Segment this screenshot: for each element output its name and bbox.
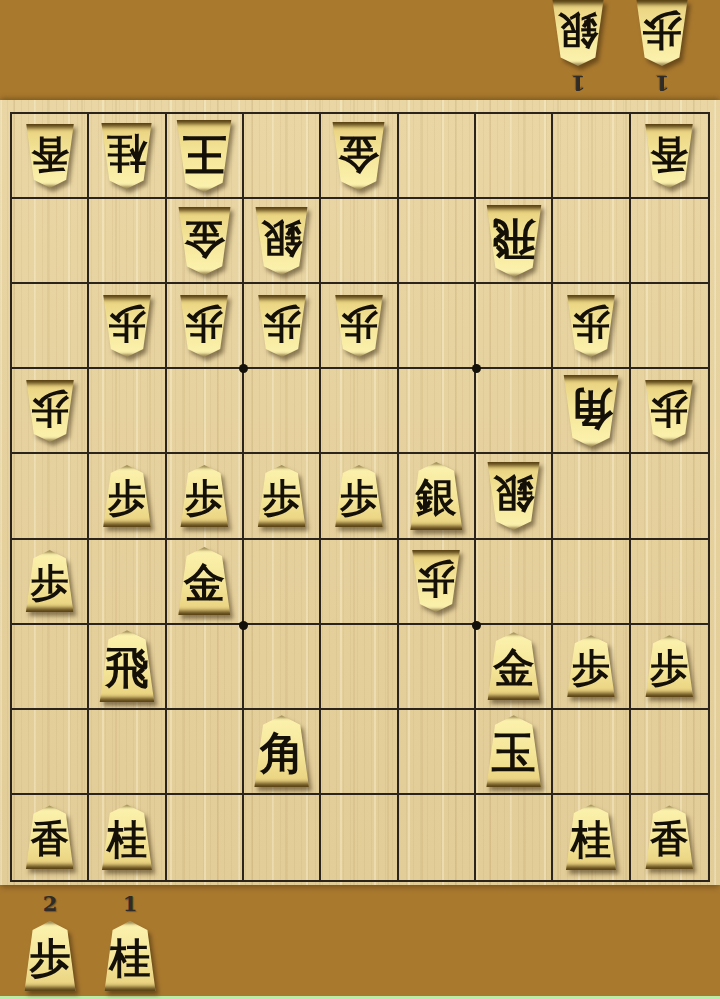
piece-kanji: 歩 xyxy=(340,305,378,343)
board-cell-r3c7[interactable] xyxy=(476,284,553,369)
board-cell-r3c1[interactable] xyxy=(12,284,89,369)
piece-body: 歩 xyxy=(177,295,231,357)
piece-gold-gote[interactable]: 金 xyxy=(175,207,234,275)
piece-kanji: 香 xyxy=(31,820,69,858)
piece-pawn-gote[interactable]: 歩 xyxy=(633,0,691,66)
piece-lance-gote[interactable]: 香 xyxy=(642,124,696,188)
piece-kanji: 桂 xyxy=(107,819,147,859)
piece-kanji: 玉 xyxy=(492,731,536,775)
piece-body: 飛 xyxy=(483,205,545,277)
board-cell-r8c7[interactable]: 玉 xyxy=(476,710,553,795)
board-cell-r6c4[interactable] xyxy=(244,540,321,625)
board-cell-r2c2[interactable] xyxy=(89,199,166,284)
board-cell-r6c1[interactable]: 歩 xyxy=(12,540,89,625)
board-cell-r2c4[interactable]: 銀 xyxy=(244,199,321,284)
piece-body: 桂 xyxy=(562,804,619,870)
piece-kanji: 銀 xyxy=(493,473,534,514)
piece-kanji: 桂 xyxy=(110,938,151,979)
piece-kanji: 歩 xyxy=(642,11,682,51)
piece-pawn-gote[interactable]: 歩 xyxy=(332,295,386,357)
board-cell-r5c4[interactable]: 歩 xyxy=(244,454,321,539)
board-cell-r1c9[interactable]: 香 xyxy=(631,114,708,199)
piece-kanji: 銀 xyxy=(261,218,302,259)
piece-kanji: 歩 xyxy=(108,305,146,343)
sente-hand-slot[interactable]: 1桂 xyxy=(100,893,160,991)
piece-silver-gote[interactable]: 銀 xyxy=(549,0,607,66)
piece-kanji: 桂 xyxy=(107,134,147,174)
board-cell-r4c7[interactable] xyxy=(476,369,553,454)
board-cell-r8c4[interactable]: 角 xyxy=(244,710,321,795)
piece-pawn-gote[interactable]: 歩 xyxy=(564,295,618,357)
piece-kanji: 銀 xyxy=(416,477,457,518)
board-cell-r4c1[interactable]: 歩 xyxy=(12,369,89,454)
piece-body: 歩 xyxy=(23,550,77,612)
board-cell-r9c5[interactable] xyxy=(321,795,398,880)
piece-body: 歩 xyxy=(564,635,618,697)
piece-body: 銀 xyxy=(484,462,543,530)
piece-body: 王 xyxy=(173,120,235,192)
piece-kanji: 金 xyxy=(184,563,225,604)
piece-kanji: 歩 xyxy=(417,560,455,598)
piece-body: 歩 xyxy=(23,380,77,442)
piece-lance-gote[interactable]: 香 xyxy=(23,124,77,188)
piece-body: 歩 xyxy=(332,295,386,357)
board-cell-r7c8[interactable]: 歩 xyxy=(553,625,630,710)
board-cell-r6c3[interactable]: 金 xyxy=(167,540,244,625)
piece-body: 桂 xyxy=(98,804,155,870)
board-cell-r2c5[interactable] xyxy=(321,199,398,284)
board-cell-r9c2[interactable]: 桂 xyxy=(89,795,166,880)
piece-kanji: 飛 xyxy=(492,217,536,261)
piece-lance-sente[interactable]: 香 xyxy=(23,805,77,869)
piece-kanji: 歩 xyxy=(185,479,223,517)
piece-gold-gote[interactable]: 金 xyxy=(329,122,388,190)
piece-pawn-sente[interactable]: 歩 xyxy=(564,635,618,697)
board-cell-r1c4[interactable] xyxy=(244,114,321,199)
board-cell-r2c1[interactable] xyxy=(12,199,89,284)
board-cell-r9c3[interactable] xyxy=(167,795,244,880)
piece-silver-gote[interactable]: 銀 xyxy=(252,207,311,275)
board-cell-r1c6[interactable] xyxy=(399,114,476,199)
piece-kanji: 金 xyxy=(184,218,225,259)
board-cell-r6c6[interactable]: 歩 xyxy=(399,540,476,625)
board-cell-r9c9[interactable]: 香 xyxy=(631,795,708,880)
piece-body: 桂 xyxy=(101,921,159,991)
piece-body: 銀 xyxy=(252,207,311,275)
piece-body: 香 xyxy=(642,124,696,188)
board-cell-r3c5[interactable]: 歩 xyxy=(321,284,398,369)
board-cell-r7c3[interactable] xyxy=(167,625,244,710)
piece-kanji: 歩 xyxy=(185,305,223,343)
board-cell-r4c4[interactable] xyxy=(244,369,321,454)
board-cell-r5c8[interactable] xyxy=(553,454,630,539)
piece-knight-gote[interactable]: 桂 xyxy=(98,123,155,189)
piece-kanji: 香 xyxy=(650,820,688,858)
shogi-app: 銀1歩1 香桂王金香金銀飛歩歩歩歩歩歩角歩歩歩歩歩銀銀歩金歩飛金歩歩角玉香桂桂香… xyxy=(0,0,720,999)
board-cell-r4c5[interactable] xyxy=(321,369,398,454)
piece-body: 歩 xyxy=(332,465,386,527)
piece-bishop-gote[interactable]: 角 xyxy=(560,375,622,447)
board-cell-r4c8[interactable]: 角 xyxy=(553,369,630,454)
piece-kanji: 歩 xyxy=(31,390,69,428)
board-cell-r5c2[interactable]: 歩 xyxy=(89,454,166,539)
board-cell-r9c8[interactable]: 桂 xyxy=(553,795,630,880)
board-cell-r1c5[interactable]: 金 xyxy=(321,114,398,199)
piece-body: 香 xyxy=(642,805,696,869)
piece-pawn-sente[interactable]: 歩 xyxy=(21,921,79,991)
board-cell-r1c7[interactable] xyxy=(476,114,553,199)
piece-pawn-gote[interactable]: 歩 xyxy=(177,295,231,357)
piece-body: 歩 xyxy=(21,921,79,991)
board-cell-r5c3[interactable]: 歩 xyxy=(167,454,244,539)
board-cell-r3c3[interactable]: 歩 xyxy=(167,284,244,369)
board-cell-r7c9[interactable]: 歩 xyxy=(631,625,708,710)
piece-rook-sente[interactable]: 飛 xyxy=(96,630,158,702)
board-cell-r9c6[interactable] xyxy=(399,795,476,880)
gote-hand-tray: 銀1歩1 xyxy=(548,0,692,94)
board-cell-r8c9[interactable] xyxy=(631,710,708,795)
sente-hand-slot[interactable]: 2歩 xyxy=(20,893,80,991)
piece-lance-sente[interactable]: 香 xyxy=(642,805,696,869)
piece-kanji: 歩 xyxy=(263,305,301,343)
piece-body: 歩 xyxy=(642,635,696,697)
board-cell-r7c4[interactable] xyxy=(244,625,321,710)
board-cell-r4c6[interactable] xyxy=(399,369,476,454)
star-point xyxy=(239,621,248,630)
board-cell-r2c7[interactable]: 飛 xyxy=(476,199,553,284)
star-point xyxy=(472,364,481,373)
piece-kanji: 桂 xyxy=(571,819,611,859)
board-cell-r5c5[interactable]: 歩 xyxy=(321,454,398,539)
piece-kanji: 香 xyxy=(31,135,69,173)
board-cell-r3c9[interactable] xyxy=(631,284,708,369)
board-cell-r8c8[interactable] xyxy=(553,710,630,795)
board-cell-r3c2[interactable]: 歩 xyxy=(89,284,166,369)
board-cell-r1c2[interactable]: 桂 xyxy=(89,114,166,199)
board-cell-r7c5[interactable] xyxy=(321,625,398,710)
board-cell-r6c2[interactable] xyxy=(89,540,166,625)
piece-body: 歩 xyxy=(633,0,691,66)
board-cell-r2c8[interactable] xyxy=(553,199,630,284)
piece-body: 角 xyxy=(560,375,622,447)
piece-body: 歩 xyxy=(642,380,696,442)
board-cell-r1c8[interactable] xyxy=(553,114,630,199)
board-cell-r9c1[interactable]: 香 xyxy=(12,795,89,880)
board-cell-r7c1[interactable] xyxy=(12,625,89,710)
piece-silver-gote[interactable]: 銀 xyxy=(484,462,543,530)
piece-kanji: 銀 xyxy=(558,11,598,51)
piece-kanji: 歩 xyxy=(650,390,688,428)
board-grid: 香桂王金香金銀飛歩歩歩歩歩歩角歩歩歩歩歩銀銀歩金歩飛金歩歩角玉香桂桂香 xyxy=(10,112,710,882)
board-cell-r2c9[interactable] xyxy=(631,199,708,284)
board-cell-r8c3[interactable] xyxy=(167,710,244,795)
piece-kanji: 金 xyxy=(338,133,379,174)
board-cell-r6c9[interactable] xyxy=(631,540,708,625)
piece-body: 歩 xyxy=(564,295,618,357)
board-cell-r7c7[interactable]: 金 xyxy=(476,625,553,710)
piece-king-sente[interactable]: 玉 xyxy=(483,715,545,787)
piece-pawn-sente[interactable]: 歩 xyxy=(100,465,154,527)
piece-gold-sente[interactable]: 金 xyxy=(175,547,234,615)
piece-body: 桂 xyxy=(98,123,155,189)
board-cell-r4c9[interactable]: 歩 xyxy=(631,369,708,454)
gote-hand-slot[interactable]: 銀1 xyxy=(548,0,608,94)
piece-pawn-gote[interactable]: 歩 xyxy=(23,380,77,442)
sente-hand-count: 1 xyxy=(123,893,138,915)
piece-pawn-sente[interactable]: 歩 xyxy=(642,635,696,697)
piece-pawn-gote[interactable]: 歩 xyxy=(100,295,154,357)
board-cell-r8c1[interactable] xyxy=(12,710,89,795)
piece-kanji: 金 xyxy=(493,648,534,689)
piece-knight-sente[interactable]: 桂 xyxy=(98,804,155,870)
piece-kanji: 王 xyxy=(182,132,226,176)
board-cell-r5c9[interactable] xyxy=(631,454,708,539)
piece-body: 歩 xyxy=(100,295,154,357)
piece-body: 歩 xyxy=(100,465,154,527)
board-cell-r8c6[interactable] xyxy=(399,710,476,795)
piece-body: 歩 xyxy=(255,295,309,357)
piece-body: 金 xyxy=(175,547,234,615)
piece-pawn-sente[interactable]: 歩 xyxy=(177,465,231,527)
piece-body: 飛 xyxy=(96,630,158,702)
piece-kanji: 歩 xyxy=(340,479,378,517)
piece-kanji: 歩 xyxy=(572,649,610,687)
shogi-board: 香桂王金香金銀飛歩歩歩歩歩歩角歩歩歩歩歩銀銀歩金歩飛金歩歩角玉香桂桂香 xyxy=(0,100,720,885)
board-cell-r5c6[interactable]: 銀 xyxy=(399,454,476,539)
piece-king-gote[interactable]: 王 xyxy=(173,120,235,192)
board-cell-r5c1[interactable] xyxy=(12,454,89,539)
piece-body: 歩 xyxy=(409,550,463,612)
piece-kanji: 飛 xyxy=(105,646,149,690)
board-cell-r4c3[interactable] xyxy=(167,369,244,454)
board-cell-r2c6[interactable] xyxy=(399,199,476,284)
piece-body: 銀 xyxy=(549,0,607,66)
piece-body: 香 xyxy=(23,124,77,188)
piece-body: 銀 xyxy=(407,462,466,530)
board-cell-r6c5[interactable] xyxy=(321,540,398,625)
piece-kanji: 歩 xyxy=(572,305,610,343)
piece-body: 角 xyxy=(251,715,313,787)
piece-kanji: 歩 xyxy=(31,564,69,602)
board-cell-r5c7[interactable]: 銀 xyxy=(476,454,553,539)
sente-hand-tray: 2歩1桂 xyxy=(20,893,160,991)
piece-body: 金 xyxy=(484,632,543,700)
gote-hand-count: 1 xyxy=(655,72,670,94)
board-cell-r6c8[interactable] xyxy=(553,540,630,625)
sente-hand-count: 2 xyxy=(43,893,58,915)
board-cell-r6c7[interactable] xyxy=(476,540,553,625)
piece-pawn-sente[interactable]: 歩 xyxy=(23,550,77,612)
piece-pawn-gote[interactable]: 歩 xyxy=(255,295,309,357)
board-cell-r2c3[interactable]: 金 xyxy=(167,199,244,284)
piece-kanji: 歩 xyxy=(30,938,71,979)
piece-kanji: 香 xyxy=(650,135,688,173)
board-cell-r3c4[interactable]: 歩 xyxy=(244,284,321,369)
piece-bishop-sente[interactable]: 角 xyxy=(251,715,313,787)
piece-body: 香 xyxy=(23,805,77,869)
piece-body: 金 xyxy=(329,122,388,190)
board-cell-r3c6[interactable] xyxy=(399,284,476,369)
piece-pawn-sente[interactable]: 歩 xyxy=(255,465,309,527)
piece-kanji: 角 xyxy=(260,731,304,775)
board-cell-r4c2[interactable] xyxy=(89,369,166,454)
piece-silver-sente[interactable]: 銀 xyxy=(407,462,466,530)
piece-body: 歩 xyxy=(255,465,309,527)
board-cell-r8c2[interactable] xyxy=(89,710,166,795)
board-cell-r8c5[interactable] xyxy=(321,710,398,795)
piece-body: 歩 xyxy=(177,465,231,527)
board-cell-r1c1[interactable]: 香 xyxy=(12,114,89,199)
gote-hand-count: 1 xyxy=(571,72,586,94)
star-point xyxy=(239,364,248,373)
board-cell-r1c3[interactable]: 王 xyxy=(167,114,244,199)
piece-pawn-sente[interactable]: 歩 xyxy=(332,465,386,527)
star-point xyxy=(472,621,481,630)
piece-knight-sente[interactable]: 桂 xyxy=(101,921,159,991)
piece-knight-sente[interactable]: 桂 xyxy=(562,804,619,870)
piece-body: 金 xyxy=(175,207,234,275)
piece-kanji: 歩 xyxy=(650,649,688,687)
piece-pawn-gote[interactable]: 歩 xyxy=(642,380,696,442)
piece-rook-gote[interactable]: 飛 xyxy=(483,205,545,277)
board-cell-r9c7[interactable] xyxy=(476,795,553,880)
piece-kanji: 角 xyxy=(569,387,613,431)
piece-kanji: 歩 xyxy=(263,479,301,517)
board-cell-r3c8[interactable]: 歩 xyxy=(553,284,630,369)
gote-hand-slot[interactable]: 歩1 xyxy=(632,0,692,94)
board-cell-r7c2[interactable]: 飛 xyxy=(89,625,166,710)
board-cell-r9c4[interactable] xyxy=(244,795,321,880)
piece-body: 玉 xyxy=(483,715,545,787)
board-cell-r7c6[interactable] xyxy=(399,625,476,710)
piece-pawn-gote[interactable]: 歩 xyxy=(409,550,463,612)
piece-gold-sente[interactable]: 金 xyxy=(484,632,543,700)
piece-kanji: 歩 xyxy=(108,479,146,517)
